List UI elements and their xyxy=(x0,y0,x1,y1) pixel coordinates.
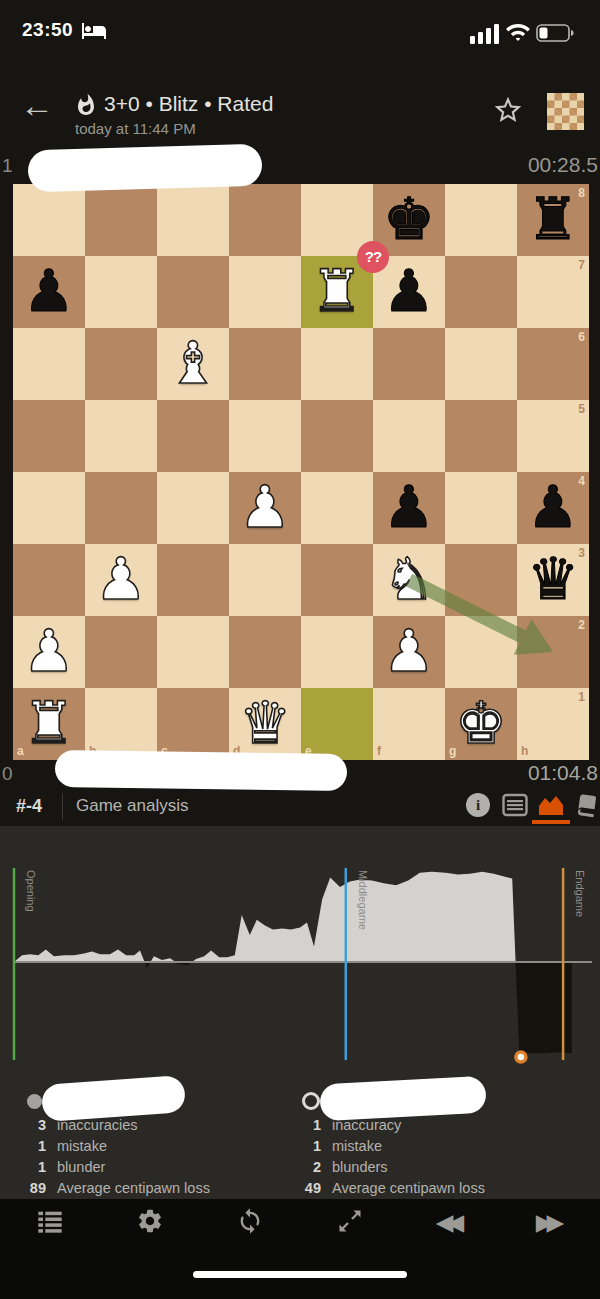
square-d5[interactable] xyxy=(229,400,301,472)
square-g7[interactable] xyxy=(445,256,517,328)
rewind-button[interactable]: ◀◀ xyxy=(400,1199,500,1259)
tab-game-analysis: Game analysis xyxy=(76,796,188,816)
svg-text:Middlegame: Middlegame xyxy=(357,870,369,930)
square-b7[interactable] xyxy=(85,256,157,328)
square-g1[interactable]: ♚g xyxy=(445,688,517,760)
top-player-clock: 00:28.5 xyxy=(528,153,598,177)
square-h1[interactable]: h1 xyxy=(517,688,589,760)
game-date: today at 11:44 PM xyxy=(75,120,196,137)
redacted-player-name xyxy=(55,750,347,791)
square-b1[interactable]: b xyxy=(85,688,157,760)
black-stat-mistake: 1mistake xyxy=(295,1135,595,1156)
square-e2[interactable] xyxy=(301,616,373,688)
stat-value: 3 xyxy=(20,1117,46,1133)
square-g5[interactable] xyxy=(445,400,517,472)
moves-list-button[interactable] xyxy=(0,1199,100,1259)
square-g3[interactable] xyxy=(445,544,517,616)
square-h6[interactable]: 6 xyxy=(517,328,589,400)
status-time: 23:50 xyxy=(22,19,73,41)
game-title: 3+0 • Blitz • Rated xyxy=(104,92,273,116)
white-player-icon xyxy=(27,1094,42,1109)
white-stat-rows: 3inaccuracies1mistake1blunder89Average c… xyxy=(20,1114,282,1198)
flip-board-button[interactable] xyxy=(200,1199,300,1259)
square-b5[interactable] xyxy=(85,400,157,472)
file-label-g: g xyxy=(449,744,456,758)
white-bishop-c6[interactable]: ♝ xyxy=(157,328,229,400)
black-pawn-a7[interactable]: ♟ xyxy=(13,256,85,328)
white-stat-average: 89Average centipawn loss xyxy=(20,1177,282,1198)
battery-icon xyxy=(536,24,576,42)
current-move-dot xyxy=(516,1052,526,1062)
white-stat-blunder: 1blunder xyxy=(20,1156,282,1177)
stat-value: 1 xyxy=(295,1138,321,1154)
black-player-icon xyxy=(302,1092,320,1110)
bottom-player-clock: 01:04.8 xyxy=(528,761,598,785)
stat-value: 89 xyxy=(20,1180,46,1196)
stat-value: 49 xyxy=(295,1180,321,1196)
blunder-annotation-badge: ?? xyxy=(357,241,389,273)
square-h2[interactable]: 2 xyxy=(517,616,589,688)
square-f4[interactable]: ♟ xyxy=(373,472,445,544)
white-stat-mistake: 1mistake xyxy=(20,1135,282,1156)
square-e6[interactable] xyxy=(301,328,373,400)
square-d4[interactable]: ♟ xyxy=(229,472,301,544)
square-f2[interactable]: ♟ xyxy=(373,616,445,688)
analysis-chart-icon[interactable] xyxy=(538,792,564,817)
square-a7[interactable]: ♟ xyxy=(13,256,85,328)
stat-label: mistake xyxy=(321,1138,382,1154)
divider xyxy=(62,793,63,820)
black-stat-rows: 1inaccuracy1mistake2blunders49Average ce… xyxy=(295,1114,595,1198)
stat-value: 1 xyxy=(295,1117,321,1133)
square-a1[interactable]: ♜a xyxy=(13,688,85,760)
square-c1[interactable]: c xyxy=(157,688,229,760)
square-e4[interactable] xyxy=(301,472,373,544)
svg-text:Opening: Opening xyxy=(25,870,37,912)
square-e1[interactable]: e xyxy=(301,688,373,760)
opening-book-icon[interactable] xyxy=(574,793,598,818)
square-c4[interactable] xyxy=(157,472,229,544)
square-a5[interactable] xyxy=(13,400,85,472)
square-f5[interactable] xyxy=(373,400,445,472)
home-indicator[interactable] xyxy=(193,1271,407,1278)
rank-label-7: 7 xyxy=(578,258,585,272)
move-list-icon[interactable] xyxy=(502,793,528,817)
top-player-rating-fragment: 1 xyxy=(2,155,13,177)
bottom-player-rating-fragment: 0 xyxy=(2,763,13,785)
square-g4[interactable] xyxy=(445,472,517,544)
square-h4[interactable]: ♟4 xyxy=(517,472,589,544)
square-d2[interactable] xyxy=(229,616,301,688)
black-stat-average: 49Average centipawn loss xyxy=(295,1177,595,1198)
file-label-f: f xyxy=(377,744,381,758)
white-pawn-f2[interactable]: ♟ xyxy=(373,616,445,688)
rank-label-1: 1 xyxy=(578,690,585,704)
square-g2[interactable] xyxy=(445,616,517,688)
square-h8[interactable]: ♜8 xyxy=(517,184,589,256)
white-knight-f3[interactable]: ♞ xyxy=(373,544,445,616)
square-b6[interactable] xyxy=(85,328,157,400)
square-h7[interactable]: 7 xyxy=(517,256,589,328)
evaluation-graph[interactable]: OpeningMiddlegameEndgame xyxy=(0,860,600,1068)
square-d7[interactable] xyxy=(229,256,301,328)
fullscreen-button[interactable] xyxy=(300,1199,400,1259)
computer-analysis-panel: Computer analysis OpeningMiddlegameEndga… xyxy=(0,826,600,1199)
file-label-h: h xyxy=(521,744,528,758)
rank-label-3: 3 xyxy=(578,546,585,560)
blitz-flame-icon xyxy=(74,92,98,118)
square-c6[interactable]: ♝ xyxy=(157,328,229,400)
white-pawn-b3[interactable]: ♟ xyxy=(85,544,157,616)
chess-board[interactable]: ♚♜8♟♜♟7♝65♟♟♟4♟♞♛3♟♟2♜abc♛def♚gh1 xyxy=(13,184,589,760)
stat-label: Average centipawn loss xyxy=(46,1180,210,1196)
square-f3[interactable]: ♞ xyxy=(373,544,445,616)
rank-label-2: 2 xyxy=(578,618,585,632)
black-pawn-f4[interactable]: ♟ xyxy=(373,472,445,544)
stat-value: 1 xyxy=(20,1159,46,1175)
stat-value: 1 xyxy=(20,1138,46,1154)
file-label-a: a xyxy=(17,744,24,758)
active-tab-underline xyxy=(532,820,570,824)
bookmark-star-icon[interactable] xyxy=(492,94,524,126)
square-f6[interactable] xyxy=(373,328,445,400)
square-g8[interactable] xyxy=(445,184,517,256)
square-e5[interactable] xyxy=(301,400,373,472)
fast-forward-button[interactable]: ▶▶ xyxy=(500,1199,600,1259)
square-b2[interactable] xyxy=(85,616,157,688)
square-d6[interactable] xyxy=(229,328,301,400)
stat-label: blunders xyxy=(321,1159,388,1175)
square-b8[interactable] xyxy=(85,184,157,256)
square-a2[interactable]: ♟ xyxy=(13,616,85,688)
square-c3[interactable] xyxy=(157,544,229,616)
square-h3[interactable]: ♛3 xyxy=(517,544,589,616)
info-icon[interactable]: i xyxy=(466,793,490,817)
svg-text:Endgame: Endgame xyxy=(574,870,586,917)
black-stat-blunders: 2blunders xyxy=(295,1156,595,1177)
square-g6[interactable] xyxy=(445,328,517,400)
stat-label: mistake xyxy=(46,1138,107,1154)
square-d3[interactable] xyxy=(229,544,301,616)
square-c7[interactable] xyxy=(157,256,229,328)
bottom-toolbar: ◀◀ ▶▶ xyxy=(0,1199,600,1299)
evaluation-text: #-4 xyxy=(16,796,42,817)
square-b3[interactable]: ♟ xyxy=(85,544,157,616)
settings-button[interactable] xyxy=(100,1199,200,1259)
square-c2[interactable] xyxy=(157,616,229,688)
rank-label-4: 4 xyxy=(578,474,585,488)
stat-label: blunder xyxy=(46,1159,105,1175)
white-pawn-a2[interactable]: ♟ xyxy=(13,616,85,688)
square-c5[interactable] xyxy=(157,400,229,472)
square-h5[interactable]: 5 xyxy=(517,400,589,472)
board-thumbnail-icon[interactable] xyxy=(547,93,584,130)
square-f1[interactable]: f xyxy=(373,688,445,760)
square-a3[interactable] xyxy=(13,544,85,616)
square-a8[interactable] xyxy=(13,184,85,256)
square-d1[interactable]: ♛d xyxy=(229,688,301,760)
square-a6[interactable] xyxy=(13,328,85,400)
rank-label-8: 8 xyxy=(578,186,585,200)
redacted-player-name xyxy=(27,144,262,193)
bed-icon xyxy=(82,22,106,40)
white-pawn-d4[interactable]: ♟ xyxy=(229,472,301,544)
stat-value: 2 xyxy=(295,1159,321,1175)
square-b4[interactable] xyxy=(85,472,157,544)
rank-label-6: 6 xyxy=(578,330,585,344)
stat-label: Average centipawn loss xyxy=(321,1180,485,1196)
cellular-signal-icon xyxy=(470,24,500,44)
back-button[interactable]: ← xyxy=(20,88,54,122)
square-d8[interactable] xyxy=(229,184,301,256)
lichess-game-screen: 23:50 ← 3+0 • Blitz • Rated today at 11:… xyxy=(0,0,600,1299)
rank-label-5: 5 xyxy=(578,402,585,416)
wifi-icon xyxy=(506,23,530,43)
square-e3[interactable] xyxy=(301,544,373,616)
square-a4[interactable] xyxy=(13,472,85,544)
square-c8[interactable] xyxy=(157,184,229,256)
